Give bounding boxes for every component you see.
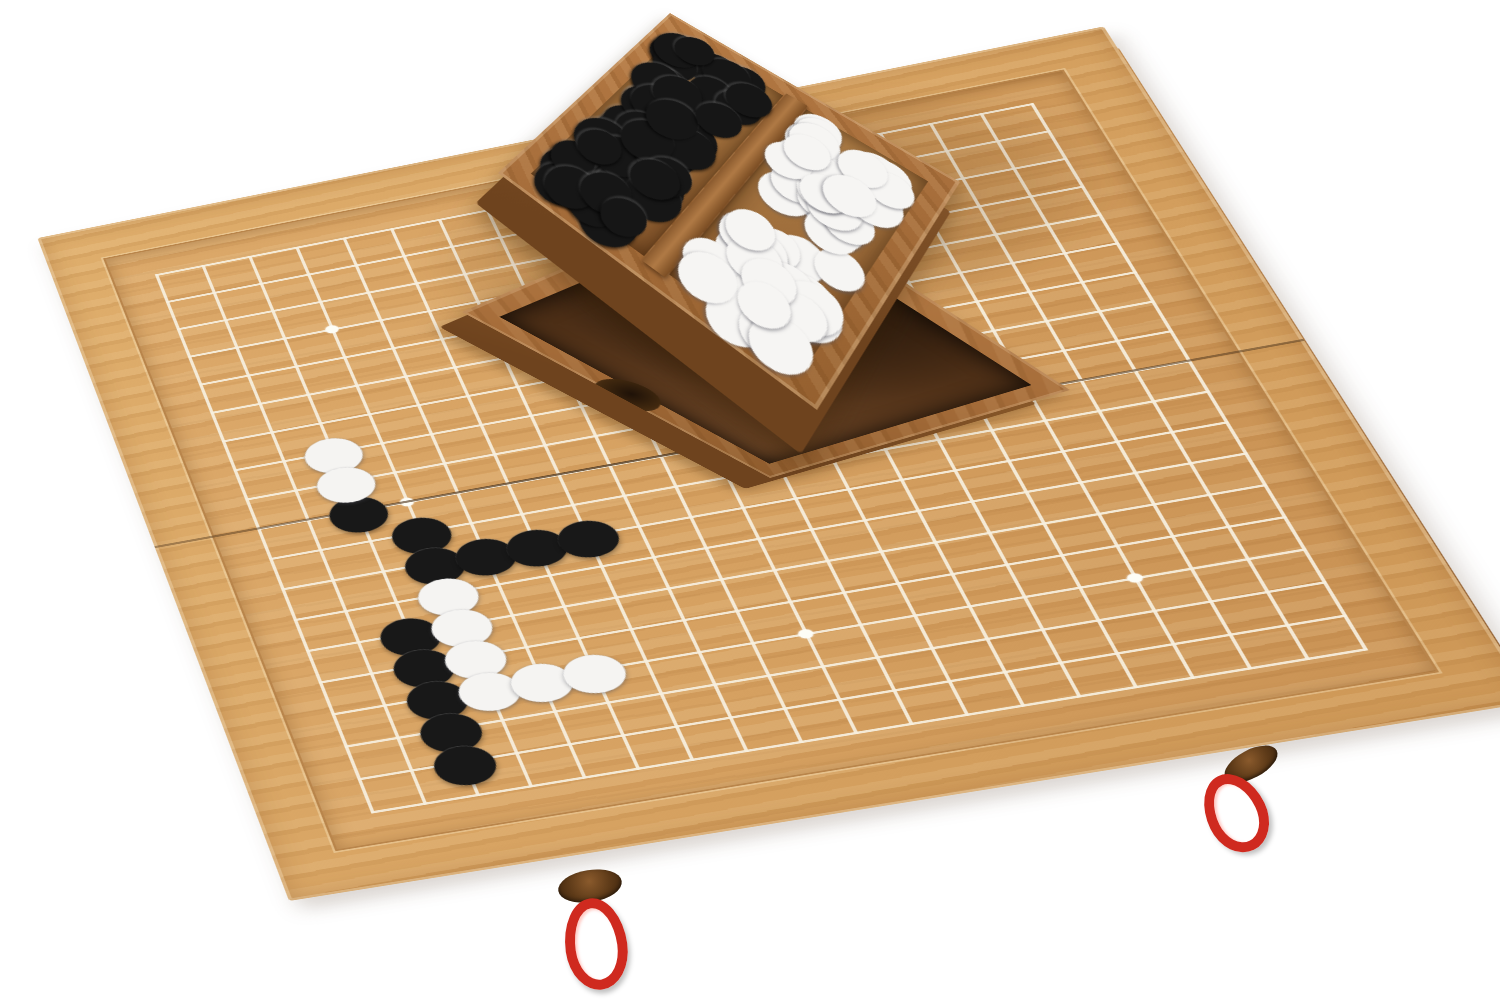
cord-loop-right <box>1191 763 1281 863</box>
stone-white-C11: ● <box>313 462 376 501</box>
white-pile-stone: ● <box>733 264 796 340</box>
stone-white-F4: ● <box>558 649 627 691</box>
go-set-photo: ●●●●●●●●●●●●●●●●●●● ●●●●●●●●●●●●●●●●●●●●… <box>0 0 1500 1000</box>
black-pile-stone: ● <box>722 70 777 124</box>
black-pile-stone: ● <box>572 116 627 172</box>
stone-black-C2: ● <box>429 740 497 783</box>
cord-loop-bottom <box>559 894 633 994</box>
stone-black-G8: ● <box>553 515 620 556</box>
black-pile-stone: ● <box>626 144 684 207</box>
